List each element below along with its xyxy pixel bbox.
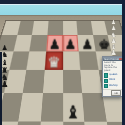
captured-black-pawn: ♟ [1,81,8,88]
square-f6[interactable] [79,51,98,70]
square-d8[interactable] [47,21,62,35]
square-c8[interactable] [32,21,48,35]
square-d3[interactable] [38,121,63,125]
option-label: Rook [109,79,115,82]
square-d4[interactable] [41,93,63,121]
dialog-message: Select the piece to replace the pawn: [104,62,121,72]
square-e5[interactable] [63,70,83,93]
square-b3[interactable] [0,121,19,125]
white-queen[interactable]: ♛ [47,56,60,70]
square-g7[interactable]: ♚ [93,35,112,51]
square-c7[interactable] [30,35,48,51]
promotion-option-rook[interactable]: Rook [104,79,121,83]
black-king[interactable]: ♚ [98,38,110,51]
dialog-footer: OK [103,89,122,96]
promotion-option-bishop[interactable]: Bishop [104,84,121,88]
square-f7[interactable]: ♟ [78,35,96,51]
option-bullet-icon [104,73,108,77]
desktop-left-edge [0,52,2,125]
square-e6[interactable] [63,51,81,70]
option-label: Queen [109,74,117,77]
square-e7[interactable]: ♟ [63,35,79,51]
ok-button[interactable]: OK [111,90,121,96]
square-d7[interactable]: ♟ [46,35,62,51]
square-e8[interactable] [63,21,78,35]
option-bullet-icon [104,84,108,88]
square-e4[interactable]: ♝ [63,93,85,121]
black-pawn[interactable]: ♟ [81,38,93,51]
promotion-option-queen[interactable]: Queen [104,73,121,77]
black-pawn[interactable]: ♟ [65,38,77,51]
square-d6[interactable]: ♛ [45,51,63,70]
option-bullet-icon [104,79,108,83]
square-c5[interactable] [23,70,45,93]
desktop-top-edge [0,0,125,5]
square-d5[interactable] [43,70,63,93]
dialog-body: Select the piece to replace the pawn: Qu… [103,61,122,89]
desktop-right-edge [122,0,125,125]
black-pawn[interactable]: ♟ [48,38,60,51]
square-c4[interactable] [19,93,43,121]
black-bishop[interactable]: ♝ [66,104,82,122]
captured-black-pieces-tray: ♟♞♝♜♞♟ [1,45,8,88]
option-label: Bishop [109,85,117,88]
square-c6[interactable] [27,51,46,70]
promotion-dialog: Pawn Promotion Select the piece to repla… [102,56,123,97]
square-e3[interactable] [63,121,88,125]
chess-titans-window: ♟♟♟♚♛♝♟♟♟♟♚♜ ♟♞♝♜♞♟ ♟♟♞♟♝♟♜♟ Pawn Promot… [0,0,125,125]
